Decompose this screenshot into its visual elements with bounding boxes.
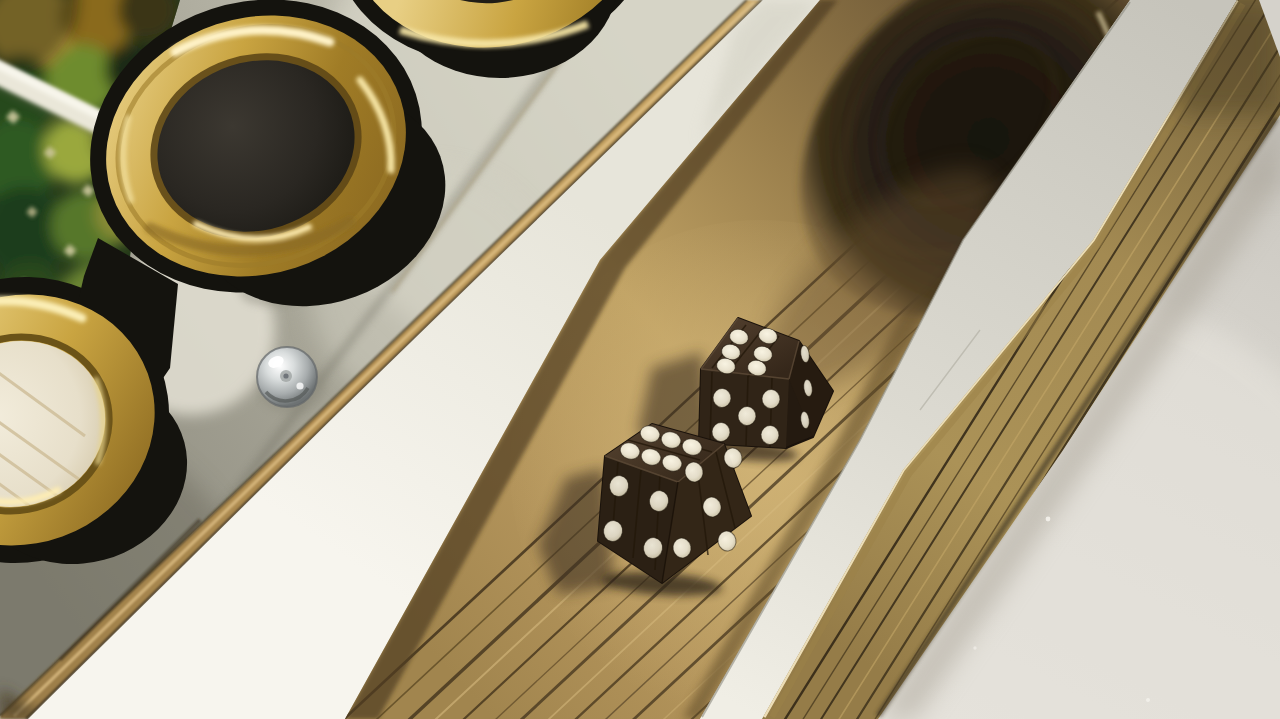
dust-speck [973, 646, 976, 649]
dust-speck [1146, 698, 1150, 702]
photo-scene [0, 0, 1280, 719]
scene-canvas [0, 0, 1280, 719]
dust-speck [1046, 517, 1051, 522]
